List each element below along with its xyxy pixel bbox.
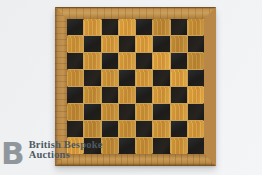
board-square: [171, 53, 187, 69]
board-square: [84, 70, 100, 86]
board-square: [67, 121, 83, 137]
board-square: [153, 19, 169, 35]
board-square: [84, 53, 100, 69]
board-square: [136, 70, 152, 86]
board-square: [102, 121, 118, 137]
board-square: [188, 53, 204, 69]
board-square: [188, 87, 204, 103]
watermark: B British Bespoke Auctions: [0, 137, 103, 170]
board-square: [136, 87, 152, 103]
board-square: [153, 87, 169, 103]
board-square: [119, 70, 135, 86]
board-square: [119, 53, 135, 69]
board-square: [67, 87, 83, 103]
board-square: [136, 19, 152, 35]
board-square: [136, 104, 152, 120]
board-frame-top: [55, 7, 216, 19]
board-square: [171, 70, 187, 86]
board-square: [119, 36, 135, 52]
board-square: [67, 104, 83, 120]
board-square: [153, 36, 169, 52]
board-square: [102, 53, 118, 69]
board-square: [102, 36, 118, 52]
board-square: [153, 104, 169, 120]
board-square: [188, 104, 204, 120]
board-square: [188, 138, 204, 154]
board-square: [171, 121, 187, 137]
photo-backdrop: B British Bespoke Auctions: [0, 0, 262, 175]
board-square: [171, 19, 187, 35]
board-square: [67, 53, 83, 69]
board-square: [136, 121, 152, 137]
board-square: [188, 19, 204, 35]
board-square: [67, 36, 83, 52]
board-square: [119, 138, 135, 154]
board-square: [136, 138, 152, 154]
board-grid: [67, 19, 204, 154]
board-square: [84, 104, 100, 120]
board-square: [84, 87, 100, 103]
board-square: [119, 19, 135, 35]
board-square: [153, 53, 169, 69]
board-square: [153, 138, 169, 154]
board-square: [171, 104, 187, 120]
board-square: [67, 19, 83, 35]
board-frame-right: [204, 7, 216, 166]
board-square: [102, 19, 118, 35]
board-square: [188, 121, 204, 137]
brand-logo-b-icon: B: [1, 137, 25, 170]
watermark-line2: Auctions: [29, 150, 103, 160]
board-square: [188, 36, 204, 52]
board-square: [153, 121, 169, 137]
board-square: [84, 36, 100, 52]
board-square: [119, 104, 135, 120]
board-square: [171, 138, 187, 154]
board-square: [188, 70, 204, 86]
board-square: [171, 36, 187, 52]
board-square: [119, 121, 135, 137]
board-square: [136, 53, 152, 69]
watermark-text: British Bespoke Auctions: [29, 140, 103, 160]
board-square: [67, 70, 83, 86]
board-square: [119, 87, 135, 103]
board-square: [102, 70, 118, 86]
board-square: [136, 36, 152, 52]
board-square: [84, 19, 100, 35]
board-square: [102, 104, 118, 120]
board-square: [171, 87, 187, 103]
board-square: [102, 87, 118, 103]
board-square: [153, 70, 169, 86]
board-square: [102, 138, 118, 154]
board-square: [84, 121, 100, 137]
